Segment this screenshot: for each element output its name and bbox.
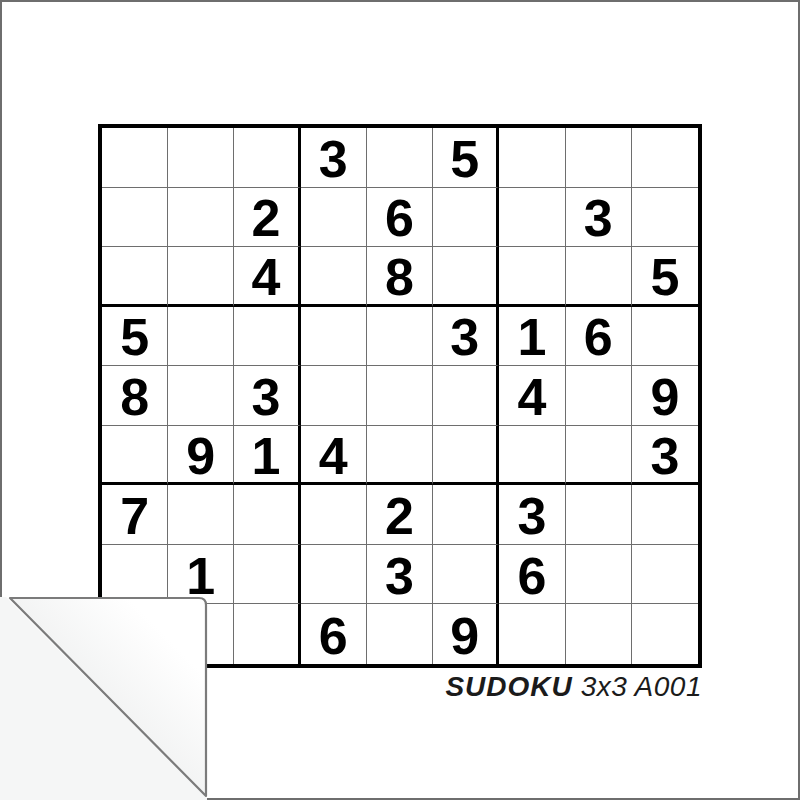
sudoku-cell[interactable]: [102, 188, 168, 248]
sudoku-cell[interactable]: [632, 604, 698, 664]
sudoku-cell[interactable]: [168, 128, 234, 188]
sudoku-cell[interactable]: [234, 128, 300, 188]
sudoku-cell[interactable]: [102, 128, 168, 188]
sudoku-cell[interactable]: [499, 604, 565, 664]
sudoku-cell[interactable]: [433, 426, 499, 486]
sudoku-cell[interactable]: [301, 366, 367, 426]
sudoku-cell[interactable]: 5: [102, 307, 168, 367]
sudoku-cell[interactable]: [632, 545, 698, 605]
sudoku-cell[interactable]: 6: [499, 545, 565, 605]
sudoku-cell[interactable]: [102, 247, 168, 307]
sudoku-cell[interactable]: [433, 545, 499, 605]
sudoku-cell[interactable]: [367, 128, 433, 188]
puzzle-label: SUDOKU3x3 A001: [445, 671, 702, 703]
sudoku-cell[interactable]: [632, 485, 698, 545]
sudoku-cell[interactable]: [168, 485, 234, 545]
sudoku-cell[interactable]: [566, 485, 632, 545]
sudoku-cell[interactable]: [168, 188, 234, 248]
sudoku-cell[interactable]: [499, 426, 565, 486]
sudoku-cell[interactable]: [367, 426, 433, 486]
sudoku-cell[interactable]: [566, 366, 632, 426]
sudoku-cell[interactable]: [301, 188, 367, 248]
sudoku-cell[interactable]: 4: [234, 247, 300, 307]
sudoku-cell[interactable]: 5: [433, 128, 499, 188]
sudoku-cell[interactable]: 3: [499, 485, 565, 545]
sudoku-cell[interactable]: [499, 247, 565, 307]
sudoku-cell[interactable]: 3: [632, 426, 698, 486]
sudoku-cell[interactable]: 3: [566, 188, 632, 248]
sudoku-cell[interactable]: [632, 128, 698, 188]
sudoku-cell[interactable]: 2: [367, 485, 433, 545]
sudoku-cell[interactable]: 3: [234, 366, 300, 426]
sudoku-cell[interactable]: [433, 485, 499, 545]
sudoku-cell[interactable]: [566, 604, 632, 664]
sudoku-cell[interactable]: [168, 247, 234, 307]
sudoku-cell[interactable]: [102, 426, 168, 486]
sudoku-cell[interactable]: [234, 307, 300, 367]
sudoku-cell[interactable]: 4: [499, 366, 565, 426]
sudoku-cell[interactable]: 3: [367, 545, 433, 605]
puzzle-label-subtitle: 3x3 A001: [581, 671, 702, 702]
sudoku-cell[interactable]: 6: [566, 307, 632, 367]
sudoku-cell[interactable]: [367, 307, 433, 367]
sudoku-cell[interactable]: 4: [301, 426, 367, 486]
sudoku-cell[interactable]: 9: [168, 426, 234, 486]
sudoku-cell[interactable]: [234, 545, 300, 605]
sudoku-cell[interactable]: 5: [632, 247, 698, 307]
sudoku-cell[interactable]: [433, 188, 499, 248]
sudoku-cell[interactable]: [433, 366, 499, 426]
sudoku-cell[interactable]: 1: [499, 307, 565, 367]
sudoku-cell[interactable]: [566, 545, 632, 605]
puzzle-label-title: SUDOKU: [445, 671, 572, 702]
sudoku-cell[interactable]: 6: [367, 188, 433, 248]
sudoku-cell[interactable]: 9: [632, 366, 698, 426]
page-fold: [0, 591, 212, 800]
sudoku-cell[interactable]: [301, 485, 367, 545]
sudoku-cell[interactable]: [301, 307, 367, 367]
sudoku-cell[interactable]: [168, 307, 234, 367]
sudoku-cell[interactable]: 6: [301, 604, 367, 664]
sudoku-cell[interactable]: [566, 426, 632, 486]
sudoku-cell[interactable]: [301, 545, 367, 605]
sudoku-cell[interactable]: [433, 247, 499, 307]
sudoku-cell[interactable]: 2: [234, 188, 300, 248]
sudoku-cell[interactable]: [168, 366, 234, 426]
sudoku-cell[interactable]: [566, 247, 632, 307]
sudoku-grid: 3526348553168349914372313669: [98, 124, 702, 668]
sudoku-cell[interactable]: 3: [433, 307, 499, 367]
sudoku-cell[interactable]: [566, 128, 632, 188]
sudoku-cell[interactable]: 1: [234, 426, 300, 486]
sudoku-cell[interactable]: [234, 604, 300, 664]
sudoku-cell[interactable]: [301, 247, 367, 307]
sudoku-cell[interactable]: 9: [433, 604, 499, 664]
sudoku-cell[interactable]: [367, 366, 433, 426]
sudoku-cell[interactable]: [499, 188, 565, 248]
sudoku-cell[interactable]: [234, 485, 300, 545]
sudoku-cell[interactable]: [499, 128, 565, 188]
sudoku-cell[interactable]: 8: [102, 366, 168, 426]
sudoku-cell[interactable]: [632, 188, 698, 248]
sudoku-cell[interactable]: [367, 604, 433, 664]
sudoku-cell[interactable]: [632, 307, 698, 367]
sudoku-cell[interactable]: 7: [102, 485, 168, 545]
sudoku-cell[interactable]: 8: [367, 247, 433, 307]
sudoku-cell[interactable]: 3: [301, 128, 367, 188]
